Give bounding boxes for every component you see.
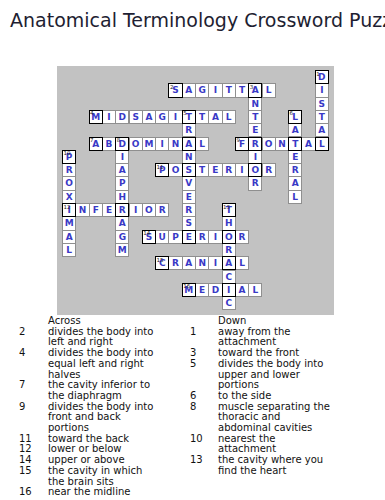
grid-cell-r10c5[interactable]: I — [129, 203, 143, 217]
grid-cell-r6c17[interactable]: E — [288, 150, 302, 164]
clue-number: 16 — [19, 487, 48, 498]
cell-letter: I — [156, 138, 168, 151]
grid-cell-r3c12[interactable]: L — [222, 110, 236, 124]
cell-letter: G — [116, 231, 128, 244]
cell-letter: A — [209, 111, 221, 124]
grid-cell-r12c0[interactable]: A — [62, 230, 76, 244]
cell-letter: I — [130, 204, 142, 217]
clue-number: 15 — [19, 466, 48, 487]
cell-letter: R — [249, 138, 261, 151]
grid-cell-r16c10[interactable]: E — [195, 283, 209, 297]
cell-letter: R — [63, 164, 75, 177]
cell-letter: R — [169, 257, 181, 270]
grid-cell-r4c14[interactable]: E — [248, 123, 262, 137]
grid-cell-r7c11[interactable]: E — [208, 163, 222, 177]
cell-letter: R — [156, 204, 168, 217]
clue-text: nearest the attachment — [218, 434, 336, 455]
grid-cell-r8c0[interactable]: O — [62, 176, 76, 190]
grid-cell-r2c19[interactable]: S — [315, 97, 329, 111]
cell-letter: I — [209, 257, 221, 270]
grid-cell-r3c6[interactable]: A — [142, 110, 156, 124]
cell-letter: A — [183, 257, 195, 270]
grid-cell-r7c14[interactable]: O — [248, 163, 262, 177]
cell-letter: N — [76, 204, 88, 217]
grid-cell-r0c19[interactable]: 1D — [315, 70, 329, 84]
grid-cell-r12c8[interactable]: P — [168, 230, 182, 244]
grid-cell-r5c2[interactable]: 7A — [89, 137, 103, 151]
grid-cell-r3c14[interactable]: T — [248, 110, 262, 124]
cell-letter: A — [116, 164, 128, 177]
grid-cell-r3c2[interactable]: 4M — [89, 110, 103, 124]
grid-cell-r5c17[interactable]: T — [288, 137, 302, 151]
cell-clue-number: 1 — [316, 71, 320, 77]
cell-letter: I — [249, 151, 261, 164]
cell-letter: A — [183, 138, 195, 151]
grid-cell-r5c3[interactable]: B — [102, 137, 116, 151]
clue-number: 4 — [19, 348, 48, 380]
grid-cell-r5c6[interactable]: M — [142, 137, 156, 151]
grid-cell-r16c9[interactable]: 16M — [182, 283, 196, 297]
clue-text: the cavity where you find the heart — [218, 455, 336, 476]
cell-letter: S — [183, 164, 195, 177]
cell-clue-number: 14 — [143, 230, 150, 236]
cell-letter: A — [289, 124, 301, 137]
grid-cell-r12c4[interactable]: G — [115, 230, 129, 244]
cell-letter: C — [223, 297, 235, 310]
cell-letter: R — [116, 204, 128, 217]
cell-letter: U — [156, 231, 168, 244]
cell-letter: E — [249, 124, 261, 137]
grid-cell-r13c0[interactable]: L — [62, 243, 76, 257]
cell-letter: M — [63, 217, 75, 230]
cell-letter: I — [116, 151, 128, 164]
cell-letter: I — [223, 284, 235, 297]
cell-clue-number: 12 — [64, 204, 71, 210]
cell-clue-number: 2 — [170, 84, 174, 90]
grid-cell-r5c9[interactable]: A — [182, 137, 196, 151]
clue-number: 7 — [19, 380, 48, 401]
grid-cell-r10c7[interactable]: R — [155, 203, 169, 217]
grid-cell-r14c11[interactable]: I — [208, 256, 222, 270]
grid-cell-r4c9[interactable]: R — [182, 123, 196, 137]
clue-across-15: 15the cavity in which the brain sits — [19, 466, 158, 487]
grid-cell-r7c12[interactable]: R — [222, 163, 236, 177]
cell-letter: A — [63, 231, 75, 244]
cell-letter: T — [236, 84, 248, 97]
clue-number: 8 — [190, 402, 218, 434]
clue-text: divides the body into upper and lower po… — [218, 359, 336, 391]
cell-letter: A — [223, 257, 235, 270]
grid-cell-r10c0[interactable]: 12I — [62, 203, 76, 217]
cell-letter: B — [103, 138, 115, 151]
cell-letter: R — [183, 124, 195, 137]
grid-cell-r10c6[interactable]: O — [142, 203, 156, 217]
cell-letter: O — [223, 231, 235, 244]
cell-letter: T — [223, 84, 235, 97]
cell-letter: T — [316, 111, 328, 124]
cell-letter: R — [263, 164, 275, 177]
cell-clue-number: 11 — [157, 164, 164, 170]
cell-letter: N — [183, 151, 195, 164]
cell-letter: R — [223, 164, 235, 177]
cell-letter: P — [169, 231, 181, 244]
grid-cell-r10c2[interactable]: F — [89, 203, 103, 217]
grid-cell-r9c17[interactable]: L — [288, 190, 302, 204]
cell-letter: D — [209, 284, 221, 297]
grid-cell-r5c19[interactable]: L — [315, 137, 329, 151]
cell-letter: E — [209, 164, 221, 177]
grid-cell-r7c13[interactable]: I — [235, 163, 249, 177]
cell-clue-number: 15 — [157, 257, 164, 263]
cell-letter: T — [196, 111, 208, 124]
grid-cell-r1c14[interactable]: 3A — [248, 83, 262, 97]
grid-cell-r16c13[interactable]: A — [235, 283, 249, 297]
clue-down-1: 1away from the attachment — [190, 327, 336, 348]
grid-cell-r6c14[interactable]: I — [248, 150, 262, 164]
cell-letter: N — [276, 138, 288, 151]
cell-letter: R — [183, 204, 195, 217]
clue-text: divides the body into front and back por… — [48, 402, 158, 434]
cell-letter: I — [169, 111, 181, 124]
clue-text: away from the attachment — [218, 327, 336, 348]
cell-clue-number: 3 — [250, 84, 254, 90]
cell-letter: O — [249, 164, 261, 177]
grid-cell-r1c11[interactable]: I — [208, 83, 222, 97]
grid-cell-r12c12[interactable]: O — [222, 230, 236, 244]
cell-letter: A — [143, 111, 155, 124]
cell-letter: O — [263, 138, 275, 151]
grid-cell-r5c15[interactable]: O — [262, 137, 276, 151]
cell-letter: L — [249, 284, 261, 297]
grid-cell-r3c8[interactable]: I — [168, 110, 182, 124]
cell-letter: L — [236, 257, 248, 270]
grid-cell-r5c10[interactable]: L — [195, 137, 209, 151]
grid-cell-r6c9[interactable]: N — [182, 150, 196, 164]
grid-cell-r1c10[interactable]: G — [195, 83, 209, 97]
cell-letter: L — [63, 244, 75, 257]
cell-letter: E — [183, 191, 195, 204]
clue-number: 5 — [190, 359, 218, 391]
cell-letter: R — [223, 244, 235, 257]
cell-letter: R — [236, 231, 248, 244]
grid-cell-r10c1[interactable]: N — [75, 203, 89, 217]
grid-cell-r7c0[interactable]: R — [62, 163, 76, 177]
cell-letter: D — [116, 111, 128, 124]
grid-cell-r3c11[interactable]: A — [208, 110, 222, 124]
grid-cell-r12c10[interactable]: R — [195, 230, 209, 244]
grid-cell-r11c4[interactable]: A — [115, 216, 129, 230]
grid-cell-r3c10[interactable]: T — [195, 110, 209, 124]
grid-cell-r14c7[interactable]: 15C — [155, 256, 169, 270]
cell-letter: C — [223, 271, 235, 284]
cell-clue-number: 4 — [90, 110, 94, 116]
grid-cell-r1c9[interactable]: A — [182, 83, 196, 97]
cell-clue-number: 7 — [90, 137, 94, 143]
clue-across-7: 7the cavity inferior to the diaphragm — [19, 380, 158, 401]
cell-letter: S — [316, 98, 328, 111]
clue-number: 1 — [190, 327, 218, 348]
cell-letter: E — [103, 204, 115, 217]
grid-cell-r7c7[interactable]: 11P — [155, 163, 169, 177]
cell-clue-number: 16 — [183, 283, 190, 289]
grid-cell-r16c14[interactable]: L — [248, 283, 262, 297]
clue-down-5: 5divides the body into upper and lower p… — [190, 359, 336, 391]
cell-letter: I — [236, 164, 248, 177]
grid-cell-r16c11[interactable]: D — [208, 283, 222, 297]
cell-letter: S — [183, 217, 195, 230]
cell-letter: A — [316, 124, 328, 137]
grid-cell-r3c4[interactable]: D — [115, 110, 129, 124]
cell-letter: H — [223, 217, 235, 230]
cell-letter: A — [183, 84, 195, 97]
cell-letter: F — [90, 204, 102, 217]
page-title: Anatomical Terminology Crossword Puzzle — [10, 9, 385, 31]
cell-letter: A — [116, 217, 128, 230]
cell-letter: E — [289, 151, 301, 164]
clue-across-9: 9divides the body into front and back po… — [19, 402, 158, 434]
grid-cell-r11c9[interactable]: S — [182, 216, 196, 230]
across-clues-section: Across 2divides the body into left and r… — [19, 316, 158, 498]
clue-down-10: 10nearest the attachment — [190, 434, 336, 455]
grid-cell-r1c15[interactable]: L — [262, 83, 276, 97]
cell-letter: N — [249, 98, 261, 111]
cell-letter: G — [156, 111, 168, 124]
clue-text: the cavity inferior to the diaphragm — [48, 380, 158, 401]
grid-cell-r5c18[interactable]: A — [301, 137, 315, 151]
grid-cell-r12c9[interactable]: E — [182, 230, 196, 244]
clue-down-13: 13the cavity where you find the heart — [190, 455, 336, 476]
grid-cell-r4c19[interactable]: A — [315, 123, 329, 137]
grid-cell-r7c4[interactable]: A — [115, 163, 129, 177]
cell-letter: R — [249, 177, 261, 190]
grid-cell-r8c9[interactable]: V — [182, 176, 196, 190]
cell-letter: T — [196, 164, 208, 177]
cell-clue-number: 6 — [290, 110, 294, 116]
grid-cell-r10c3[interactable]: E — [102, 203, 116, 217]
cell-clue-number: 8 — [117, 137, 121, 143]
grid-cell-r14c12[interactable]: A — [222, 256, 236, 270]
cell-letter: M — [116, 244, 128, 257]
grid-cell-r10c4[interactable]: R — [115, 203, 129, 217]
grid-cell-r5c16[interactable]: N — [275, 137, 289, 151]
clue-number: 13 — [190, 455, 218, 476]
cell-letter: P — [116, 177, 128, 190]
cell-letter: M — [143, 138, 155, 151]
grid-cell-r3c7[interactable]: G — [155, 110, 169, 124]
grid-cell-r10c9[interactable]: R — [182, 203, 196, 217]
cell-letter: T — [249, 111, 261, 124]
grid-cell-r9c0[interactable]: X — [62, 190, 76, 204]
cell-letter: L — [289, 191, 301, 204]
cell-letter: O — [63, 177, 75, 190]
cell-letter: O — [143, 204, 155, 217]
grid-cell-r14c10[interactable]: N — [195, 256, 209, 270]
grid-cell-r9c4[interactable]: H — [115, 190, 129, 204]
grid-cell-r8c14[interactable]: R — [248, 176, 262, 190]
grid-cell-r12c13[interactable]: R — [235, 230, 249, 244]
grid-cell-r3c3[interactable]: I — [102, 110, 116, 124]
grid-cell-r7c10[interactable]: T — [195, 163, 209, 177]
cell-letter: A — [236, 284, 248, 297]
cell-letter: L — [223, 111, 235, 124]
grid-cell-r7c9[interactable]: S — [182, 163, 196, 177]
cell-clue-number: 9 — [236, 137, 240, 143]
cell-letter: R — [289, 164, 301, 177]
grid-cell-r1c12[interactable]: T — [222, 83, 236, 97]
grid-cell-r5c8[interactable]: N — [168, 137, 182, 151]
grid-cell-r9c9[interactable]: E — [182, 190, 196, 204]
cell-clue-number: 13 — [223, 204, 230, 210]
grid-cell-r3c9[interactable]: 5T — [182, 110, 196, 124]
grid-cell-r8c17[interactable]: A — [288, 176, 302, 190]
cell-letter: A — [289, 177, 301, 190]
grid-cell-r1c19[interactable]: I — [315, 83, 329, 97]
grid-cell-r14c8[interactable]: R — [168, 256, 182, 270]
grid-cell-r4c17[interactable]: A — [288, 123, 302, 137]
grid-cell-r6c0[interactable]: 10P — [62, 150, 76, 164]
clue-number: 9 — [19, 402, 48, 434]
grid-cell-r15c12[interactable]: C — [222, 270, 236, 284]
cell-letter: A — [302, 138, 314, 151]
cell-letter: E — [183, 231, 195, 244]
grid-cell-r12c7[interactable]: U — [155, 230, 169, 244]
cell-letter: N — [169, 138, 181, 151]
crossword-grid: 1DISTAL2SAGITT3ALNTERIOR4MIDSAGI5TTALRAN… — [57, 66, 334, 315]
cell-letter: T — [289, 138, 301, 151]
cell-letter: V — [183, 177, 195, 190]
cell-letter: L — [196, 138, 208, 151]
clue-text: divides the body into left and right — [48, 327, 158, 348]
cell-letter: O — [169, 164, 181, 177]
grid-cell-r3c19[interactable]: T — [315, 110, 329, 124]
clue-text: near the midline — [48, 487, 158, 498]
cell-letter: R — [196, 231, 208, 244]
cell-clue-number: 5 — [183, 110, 187, 116]
cell-letter: S — [130, 111, 142, 124]
cell-letter: L — [316, 138, 328, 151]
grid-cell-r5c13[interactable]: 9F — [235, 137, 249, 151]
cell-letter: I — [103, 111, 115, 124]
grid-cell-r1c13[interactable]: T — [235, 83, 249, 97]
grid-cell-r3c17[interactable]: 6L — [288, 110, 302, 124]
clue-across-16: 16near the midline — [19, 487, 158, 498]
grid-cell-r8c4[interactable]: P — [115, 176, 129, 190]
grid-cell-r5c14[interactable]: R — [248, 137, 262, 151]
grid-cell-r7c15[interactable]: R — [262, 163, 276, 177]
grid-cell-r7c8[interactable]: O — [168, 163, 182, 177]
grid-cell-r12c6[interactable]: 14S — [142, 230, 156, 244]
cell-letter: E — [196, 284, 208, 297]
grid-cell-r2c14[interactable]: N — [248, 97, 262, 111]
clue-across-2: 2divides the body into left and right — [19, 327, 158, 348]
cell-clue-number: 10 — [64, 150, 71, 156]
grid-cell-r17c12[interactable]: C — [222, 296, 236, 310]
cell-letter: N — [196, 257, 208, 270]
grid-cell-r5c7[interactable]: I — [155, 137, 169, 151]
grid-cell-r14c9[interactable]: A — [182, 256, 196, 270]
cell-letter: L — [263, 84, 275, 97]
grid-cell-r5c5[interactable]: O — [129, 137, 143, 151]
clue-number: 2 — [19, 327, 48, 348]
grid-cell-r12c11[interactable]: I — [208, 230, 222, 244]
grid-cell-r11c0[interactable]: M — [62, 216, 76, 230]
clue-number: 10 — [190, 434, 218, 455]
clue-across-4: 4divides the body into equal left and ri… — [19, 348, 158, 380]
grid-cell-r11c12[interactable]: H — [222, 216, 236, 230]
cell-letter: O — [130, 138, 142, 151]
grid-cell-r13c12[interactable]: R — [222, 243, 236, 257]
grid-cell-r5c4[interactable]: 8D — [115, 137, 129, 151]
cell-letter: X — [63, 191, 75, 204]
grid-cell-r3c5[interactable]: S — [129, 110, 143, 124]
cell-letter: I — [209, 231, 221, 244]
down-clues-section: Down 1away from the attachment3toward th… — [190, 316, 336, 477]
grid-cell-r6c4[interactable]: I — [115, 150, 129, 164]
grid-cell-r14c13[interactable]: L — [235, 256, 249, 270]
cell-letter: I — [209, 84, 221, 97]
cell-letter: G — [196, 84, 208, 97]
clue-text: divides the body into equal left and rig… — [48, 348, 158, 380]
grid-cell-r13c4[interactable]: M — [115, 243, 129, 257]
grid-cell-r1c8[interactable]: 2S — [168, 83, 182, 97]
grid-cell-r16c12[interactable]: I — [222, 283, 236, 297]
grid-cell-r7c17[interactable]: R — [288, 163, 302, 177]
clue-text: the cavity in which the brain sits — [48, 466, 158, 487]
clue-down-8: 8muscle separating the thoracic and abdo… — [190, 402, 336, 434]
cell-letter: I — [316, 84, 328, 97]
cell-letter: H — [116, 191, 128, 204]
clue-text: muscle separating the thoracic and abdom… — [218, 402, 336, 434]
grid-cell-r10c12[interactable]: 13T — [222, 203, 236, 217]
